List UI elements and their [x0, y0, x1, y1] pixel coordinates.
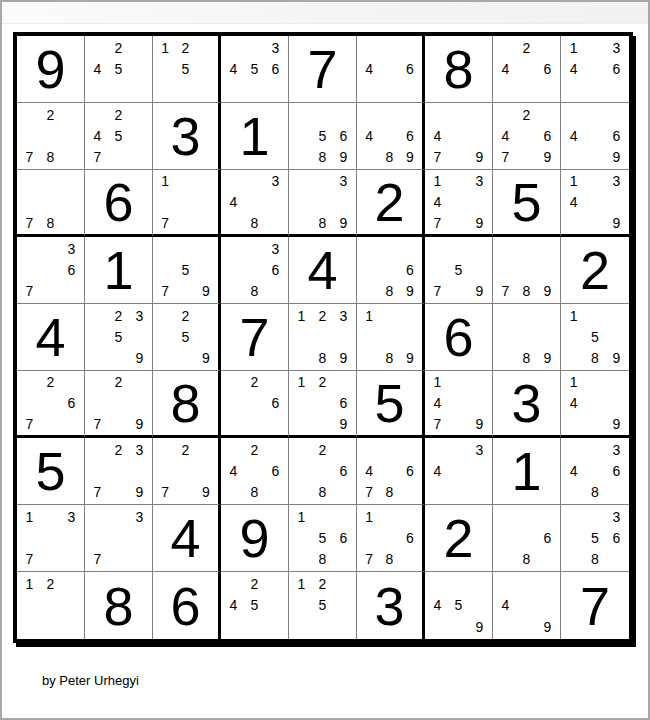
pencil-mark: 8: [379, 549, 399, 570]
sudoku-page: 9245125345674682461346278245731568946894…: [0, 0, 650, 720]
pencil-mark: 1: [563, 372, 584, 393]
pencil-mark: 7: [495, 281, 516, 302]
given-digit: 8: [170, 376, 200, 430]
given-digit: 4: [307, 243, 337, 297]
pencil-mark: 4: [427, 393, 448, 414]
pencil-mark: 4: [223, 460, 244, 481]
pencil-mark: 9: [333, 348, 354, 369]
pencil-mark: 8: [312, 482, 333, 503]
pencil-mark: 8: [379, 281, 399, 302]
pencil-mark: 3: [61, 238, 82, 259]
cell-r6c7[interactable]: 1479: [425, 371, 493, 438]
pencil-mark: 7: [87, 413, 108, 434]
given-digit: 5: [511, 175, 541, 229]
cell-r5c4[interactable]: 7: [221, 304, 289, 371]
pencil-mark: 8: [379, 147, 399, 168]
given-digit: 1: [511, 444, 541, 498]
cell-r8c2[interactable]: 37: [85, 505, 153, 572]
cell-r8c3[interactable]: 4: [153, 505, 221, 572]
pencil-mark: 2: [312, 439, 333, 460]
cell-r4c9[interactable]: 2: [561, 237, 629, 304]
pencil-mark: 1: [291, 372, 312, 393]
pencil-mark: 6: [400, 527, 420, 548]
pencil-mark: 4: [87, 58, 108, 79]
pencil-mark: 4: [427, 192, 448, 213]
pencil-mark: 7: [427, 413, 448, 434]
given-digit: 6: [170, 579, 200, 633]
pencil-mark: 9: [469, 212, 490, 233]
cell-r4c8[interactable]: 789: [493, 237, 561, 304]
pencil-mark: 3: [265, 37, 286, 58]
pencil-mark: 2: [108, 37, 129, 58]
given-digit: 9: [239, 511, 269, 565]
pencil-mark: 5: [448, 259, 469, 280]
pencil-mark: 9: [606, 147, 627, 168]
cell-r7c5[interactable]: 268: [289, 438, 357, 505]
pencil-mark: 3: [129, 305, 150, 326]
pencil-mark: 2: [108, 372, 129, 393]
pencil-mark: 5: [312, 595, 333, 617]
pencil-mark: 1: [19, 573, 40, 595]
pencil-mark: 6: [400, 259, 420, 280]
pencil-mark: 2: [108, 305, 129, 326]
cell-r7c8[interactable]: 1: [493, 438, 561, 505]
pencil-mark: 2: [516, 37, 537, 58]
pencil-mark: 3: [61, 506, 82, 527]
pencil-mark: 9: [537, 348, 558, 369]
cell-r2c8[interactable]: 24679: [493, 103, 561, 170]
pencil-mark: 7: [19, 413, 40, 434]
pencil-mark: 5: [108, 326, 129, 347]
pencil-mark: 8: [516, 549, 537, 570]
pencil-mark: 4: [87, 125, 108, 146]
cell-r9c6[interactable]: 3: [357, 572, 425, 639]
cell-r2c9[interactable]: 469: [561, 103, 629, 170]
given-digit: 7: [239, 310, 269, 364]
pencil-mark: 4: [427, 460, 448, 481]
pencil-mark: 7: [19, 212, 40, 233]
pencil-mark: 6: [606, 58, 627, 79]
pencil-mark: 5: [175, 259, 195, 280]
pencil-mark: 9: [333, 212, 354, 233]
pencil-mark: 5: [244, 58, 265, 79]
pencil-mark: 4: [223, 58, 244, 79]
given-digit: 3: [374, 579, 404, 633]
given-digit: 4: [170, 511, 200, 565]
pencil-mark: 3: [606, 37, 627, 58]
cell-r1c5[interactable]: 7: [289, 36, 357, 103]
pencil-mark: 3: [333, 171, 354, 192]
given-digit: 1: [103, 243, 133, 297]
pencil-mark: 9: [606, 413, 627, 434]
pencil-mark: 8: [584, 348, 605, 369]
pencil-mark: 9: [400, 348, 420, 369]
pencil-mark: 7: [19, 549, 40, 570]
pencil-mark: 7: [427, 281, 448, 302]
pencil-mark: 8: [244, 212, 265, 233]
cell-r8c6[interactable]: 1678: [357, 505, 425, 572]
cell-r3c5[interactable]: 389: [289, 170, 357, 237]
pencil-mark: 6: [333, 460, 354, 481]
pencil-mark: 4: [223, 192, 244, 213]
pencil-mark: 4: [495, 595, 516, 617]
cell-r4c3[interactable]: 579: [153, 237, 221, 304]
given-digit: 3: [170, 109, 200, 163]
pencil-mark: 2: [312, 372, 333, 393]
pencil-mark: 3: [469, 439, 490, 460]
given-digit: 7: [580, 579, 610, 633]
pencil-mark: 5: [244, 595, 265, 617]
pencil-mark: 4: [359, 125, 379, 146]
pencil-mark: 6: [537, 125, 558, 146]
pencil-mark: 8: [312, 549, 333, 570]
pencil-mark: 1: [291, 305, 312, 326]
cell-r5c3[interactable]: 259: [153, 304, 221, 371]
cell-r8c7[interactable]: 2: [425, 505, 493, 572]
pencil-mark: 9: [196, 482, 216, 503]
pencil-mark: 8: [516, 348, 537, 369]
pencil-mark: 7: [155, 281, 175, 302]
pencil-mark: 2: [516, 104, 537, 125]
pencil-mark: 9: [537, 616, 558, 638]
pencil-mark: 7: [19, 281, 40, 302]
pencil-mark: 5: [108, 58, 129, 79]
pencil-mark: 2: [312, 305, 333, 326]
pencil-mark: 1: [563, 171, 584, 192]
pencil-mark: 8: [244, 281, 265, 302]
pencil-mark: 6: [61, 259, 82, 280]
pencil-mark: 2: [244, 439, 265, 460]
given-digit: 9: [35, 42, 65, 96]
pencil-mark: 3: [129, 506, 150, 527]
cell-r2c4[interactable]: 1: [221, 103, 289, 170]
pencil-mark: 5: [584, 326, 605, 347]
pencil-mark: 5: [312, 527, 333, 548]
pencil-mark: 9: [469, 147, 490, 168]
cell-r7c9[interactable]: 3468: [561, 438, 629, 505]
cell-r1c2[interactable]: 245: [85, 36, 153, 103]
pencil-mark: 3: [606, 439, 627, 460]
pencil-mark: 3: [265, 171, 286, 192]
pencil-mark: 6: [61, 393, 82, 414]
pencil-mark: 8: [244, 482, 265, 503]
cell-r5c1[interactable]: 4: [17, 304, 85, 371]
pencil-mark: 2: [108, 104, 129, 125]
cell-r2c6[interactable]: 4689: [357, 103, 425, 170]
pencil-mark: 1: [563, 305, 584, 326]
pencil-mark: 8: [379, 482, 399, 503]
pencil-mark: 9: [129, 482, 150, 503]
pencil-mark: 3: [129, 439, 150, 460]
pencil-mark: 8: [40, 212, 61, 233]
cell-r8c5[interactable]: 1568: [289, 505, 357, 572]
cell-r6c1[interactable]: 267: [17, 371, 85, 438]
pencil-mark: 4: [223, 595, 244, 617]
pencil-mark: 9: [196, 348, 216, 369]
cell-r3c7[interactable]: 13479: [425, 170, 493, 237]
cell-r6c3[interactable]: 8: [153, 371, 221, 438]
pencil-mark: 7: [427, 147, 448, 168]
pencil-mark: 7: [87, 482, 108, 503]
pencil-mark: 9: [333, 413, 354, 434]
pencil-mark: 4: [495, 125, 516, 146]
pencil-mark: 1: [359, 305, 379, 326]
given-digit: 2: [374, 175, 404, 229]
pencil-mark: 4: [563, 125, 584, 146]
pencil-mark: 8: [312, 348, 333, 369]
pencil-mark: 2: [40, 372, 61, 393]
header-strip: [2, 2, 648, 24]
cell-r3c3[interactable]: 17: [153, 170, 221, 237]
pencil-mark: 1: [427, 372, 448, 393]
pencil-mark: 9: [400, 281, 420, 302]
cell-r4c2[interactable]: 1: [85, 237, 153, 304]
pencil-mark: 9: [537, 281, 558, 302]
cell-r3c8[interactable]: 5: [493, 170, 561, 237]
cell-r9c7[interactable]: 459: [425, 572, 493, 639]
pencil-mark: 9: [129, 413, 150, 434]
given-digit: 6: [443, 310, 473, 364]
cell-r6c8[interactable]: 3: [493, 371, 561, 438]
cell-r5c7[interactable]: 6: [425, 304, 493, 371]
cell-r6c9[interactable]: 149: [561, 371, 629, 438]
pencil-mark: 6: [537, 58, 558, 79]
pencil-mark: 6: [537, 527, 558, 548]
cell-r4c4[interactable]: 368: [221, 237, 289, 304]
pencil-mark: 3: [606, 171, 627, 192]
cell-r4c6[interactable]: 689: [357, 237, 425, 304]
pencil-mark: 6: [606, 527, 627, 548]
cell-r1c4[interactable]: 3456: [221, 36, 289, 103]
pencil-mark: 6: [400, 460, 420, 481]
pencil-mark: 1: [427, 171, 448, 192]
cell-r6c4[interactable]: 26: [221, 371, 289, 438]
cell-r7c2[interactable]: 2379: [85, 438, 153, 505]
pencil-mark: 6: [333, 125, 354, 146]
pencil-mark: 1: [155, 37, 175, 58]
cell-r7c6[interactable]: 4678: [357, 438, 425, 505]
pencil-mark: 6: [265, 259, 286, 280]
pencil-mark: 9: [469, 413, 490, 434]
given-digit: 7: [307, 42, 337, 96]
cell-r7c7[interactable]: 34: [425, 438, 493, 505]
cell-r2c7[interactable]: 479: [425, 103, 493, 170]
pencil-mark: 9: [400, 147, 420, 168]
pencil-mark: 7: [87, 147, 108, 168]
cell-r4c1[interactable]: 367: [17, 237, 85, 304]
given-digit: 4: [35, 310, 65, 364]
given-digit: 1: [239, 109, 269, 163]
pencil-mark: 3: [469, 171, 490, 192]
pencil-mark: 4: [359, 58, 379, 79]
given-digit: 6: [103, 175, 133, 229]
cell-r4c5[interactable]: 4: [289, 237, 357, 304]
pencil-mark: 2: [312, 573, 333, 595]
pencil-mark: 7: [427, 212, 448, 233]
cell-r5c9[interactable]: 1589: [561, 304, 629, 371]
cell-r5c6[interactable]: 189: [357, 304, 425, 371]
cell-r1c1[interactable]: 9: [17, 36, 85, 103]
pencil-mark: 2: [244, 573, 265, 595]
cell-r9c9[interactable]: 7: [561, 572, 629, 639]
pencil-mark: 6: [333, 393, 354, 414]
pencil-mark: 7: [155, 482, 175, 503]
pencil-mark: 7: [87, 549, 108, 570]
cell-r2c2[interactable]: 2457: [85, 103, 153, 170]
given-digit: 8: [443, 42, 473, 96]
pencil-mark: 3: [265, 238, 286, 259]
cell-r9c2[interactable]: 8: [85, 572, 153, 639]
pencil-mark: 7: [495, 147, 516, 168]
pencil-mark: 7: [359, 549, 379, 570]
cell-r9c8[interactable]: 49: [493, 572, 561, 639]
pencil-mark: 9: [333, 147, 354, 168]
pencil-mark: 2: [175, 37, 195, 58]
cell-r7c3[interactable]: 279: [153, 438, 221, 505]
cell-r3c4[interactable]: 348: [221, 170, 289, 237]
pencil-mark: 8: [516, 281, 537, 302]
pencil-mark: 1: [291, 573, 312, 595]
given-digit: 3: [511, 376, 541, 430]
pencil-mark: 6: [333, 527, 354, 548]
cell-r1c7[interactable]: 8: [425, 36, 493, 103]
pencil-mark: 4: [563, 393, 584, 414]
pencil-mark: 6: [265, 393, 286, 414]
pencil-mark: 7: [155, 212, 175, 233]
cell-r5c8[interactable]: 89: [493, 304, 561, 371]
cell-r7c1[interactable]: 5: [17, 438, 85, 505]
pencil-mark: 6: [265, 460, 286, 481]
pencil-mark: 9: [129, 348, 150, 369]
cell-r5c2[interactable]: 2359: [85, 304, 153, 371]
cell-r4c7[interactable]: 579: [425, 237, 493, 304]
pencil-mark: 5: [448, 595, 469, 617]
cell-r1c3[interactable]: 125: [153, 36, 221, 103]
pencil-mark: 5: [175, 326, 195, 347]
pencil-mark: 1: [155, 171, 175, 192]
pencil-mark: 4: [563, 460, 584, 481]
pencil-mark: 4: [427, 125, 448, 146]
pencil-mark: 6: [606, 460, 627, 481]
pencil-mark: 6: [400, 58, 420, 79]
pencil-mark: 6: [400, 125, 420, 146]
pencil-mark: 8: [40, 147, 61, 168]
given-digit: 2: [580, 243, 610, 297]
pencil-mark: 2: [40, 104, 61, 125]
given-digit: 8: [103, 579, 133, 633]
cell-r1c6[interactable]: 46: [357, 36, 425, 103]
pencil-mark: 1: [359, 506, 379, 527]
pencil-mark: 6: [265, 58, 286, 79]
cell-r1c9[interactable]: 1346: [561, 36, 629, 103]
pencil-mark: 8: [584, 482, 605, 503]
given-digit: 2: [443, 511, 473, 565]
pencil-mark: 6: [606, 125, 627, 146]
given-digit: 5: [35, 444, 65, 498]
pencil-mark: 1: [19, 506, 40, 527]
cell-r9c5[interactable]: 125: [289, 572, 357, 639]
cell-r6c5[interactable]: 1269: [289, 371, 357, 438]
pencil-mark: 7: [19, 147, 40, 168]
cell-r6c6[interactable]: 5: [357, 371, 425, 438]
cell-r2c1[interactable]: 278: [17, 103, 85, 170]
pencil-mark: 5: [584, 527, 605, 548]
pencil-mark: 9: [196, 281, 216, 302]
pencil-mark: 4: [495, 58, 516, 79]
cell-r7c4[interactable]: 2468: [221, 438, 289, 505]
pencil-mark: 8: [312, 147, 333, 168]
cell-r8c4[interactable]: 9: [221, 505, 289, 572]
pencil-mark: 8: [584, 549, 605, 570]
cell-r1c8[interactable]: 246: [493, 36, 561, 103]
cell-r3c2[interactable]: 6: [85, 170, 153, 237]
pencil-mark: 4: [427, 595, 448, 617]
pencil-mark: 9: [469, 616, 490, 638]
pencil-mark: 2: [175, 439, 195, 460]
pencil-mark: 5: [175, 58, 195, 79]
pencil-mark: 1: [563, 37, 584, 58]
pencil-mark: 5: [108, 125, 129, 146]
pencil-mark: 5: [312, 125, 333, 146]
pencil-mark: 1: [291, 506, 312, 527]
given-digit: 5: [374, 376, 404, 430]
cell-r6c2[interactable]: 279: [85, 371, 153, 438]
pencil-mark: 4: [563, 58, 584, 79]
pencil-mark: 2: [108, 439, 129, 460]
cell-r3c1[interactable]: 78: [17, 170, 85, 237]
cell-r3c6[interactable]: 2: [357, 170, 425, 237]
cell-r8c9[interactable]: 3568: [561, 505, 629, 572]
cell-r9c4[interactable]: 245: [221, 572, 289, 639]
pencil-mark: 2: [40, 573, 61, 595]
pencil-mark: 4: [563, 192, 584, 213]
cell-r2c5[interactable]: 5689: [289, 103, 357, 170]
pencil-mark: 4: [359, 460, 379, 481]
cell-r8c1[interactable]: 137: [17, 505, 85, 572]
sudoku-board: 9245125345674682461346278245731568946894…: [13, 32, 633, 643]
cell-r9c1[interactable]: 12: [17, 572, 85, 639]
pencil-mark: 9: [469, 281, 490, 302]
pencil-mark: 7: [359, 482, 379, 503]
author-credit: by Peter Urhegyi: [42, 673, 139, 688]
cell-r2c3[interactable]: 3: [153, 103, 221, 170]
cell-r5c5[interactable]: 12389: [289, 304, 357, 371]
pencil-mark: 2: [175, 305, 195, 326]
pencil-mark: 9: [537, 147, 558, 168]
pencil-mark: 9: [606, 212, 627, 233]
pencil-mark: 2: [244, 372, 265, 393]
cell-r3c9[interactable]: 1349: [561, 170, 629, 237]
cell-r9c3[interactable]: 6: [153, 572, 221, 639]
pencil-mark: 9: [606, 348, 627, 369]
pencil-mark: 3: [606, 506, 627, 527]
cell-r8c8[interactable]: 68: [493, 505, 561, 572]
pencil-mark: 3: [333, 305, 354, 326]
pencil-mark: 8: [312, 212, 333, 233]
pencil-mark: 8: [379, 348, 399, 369]
